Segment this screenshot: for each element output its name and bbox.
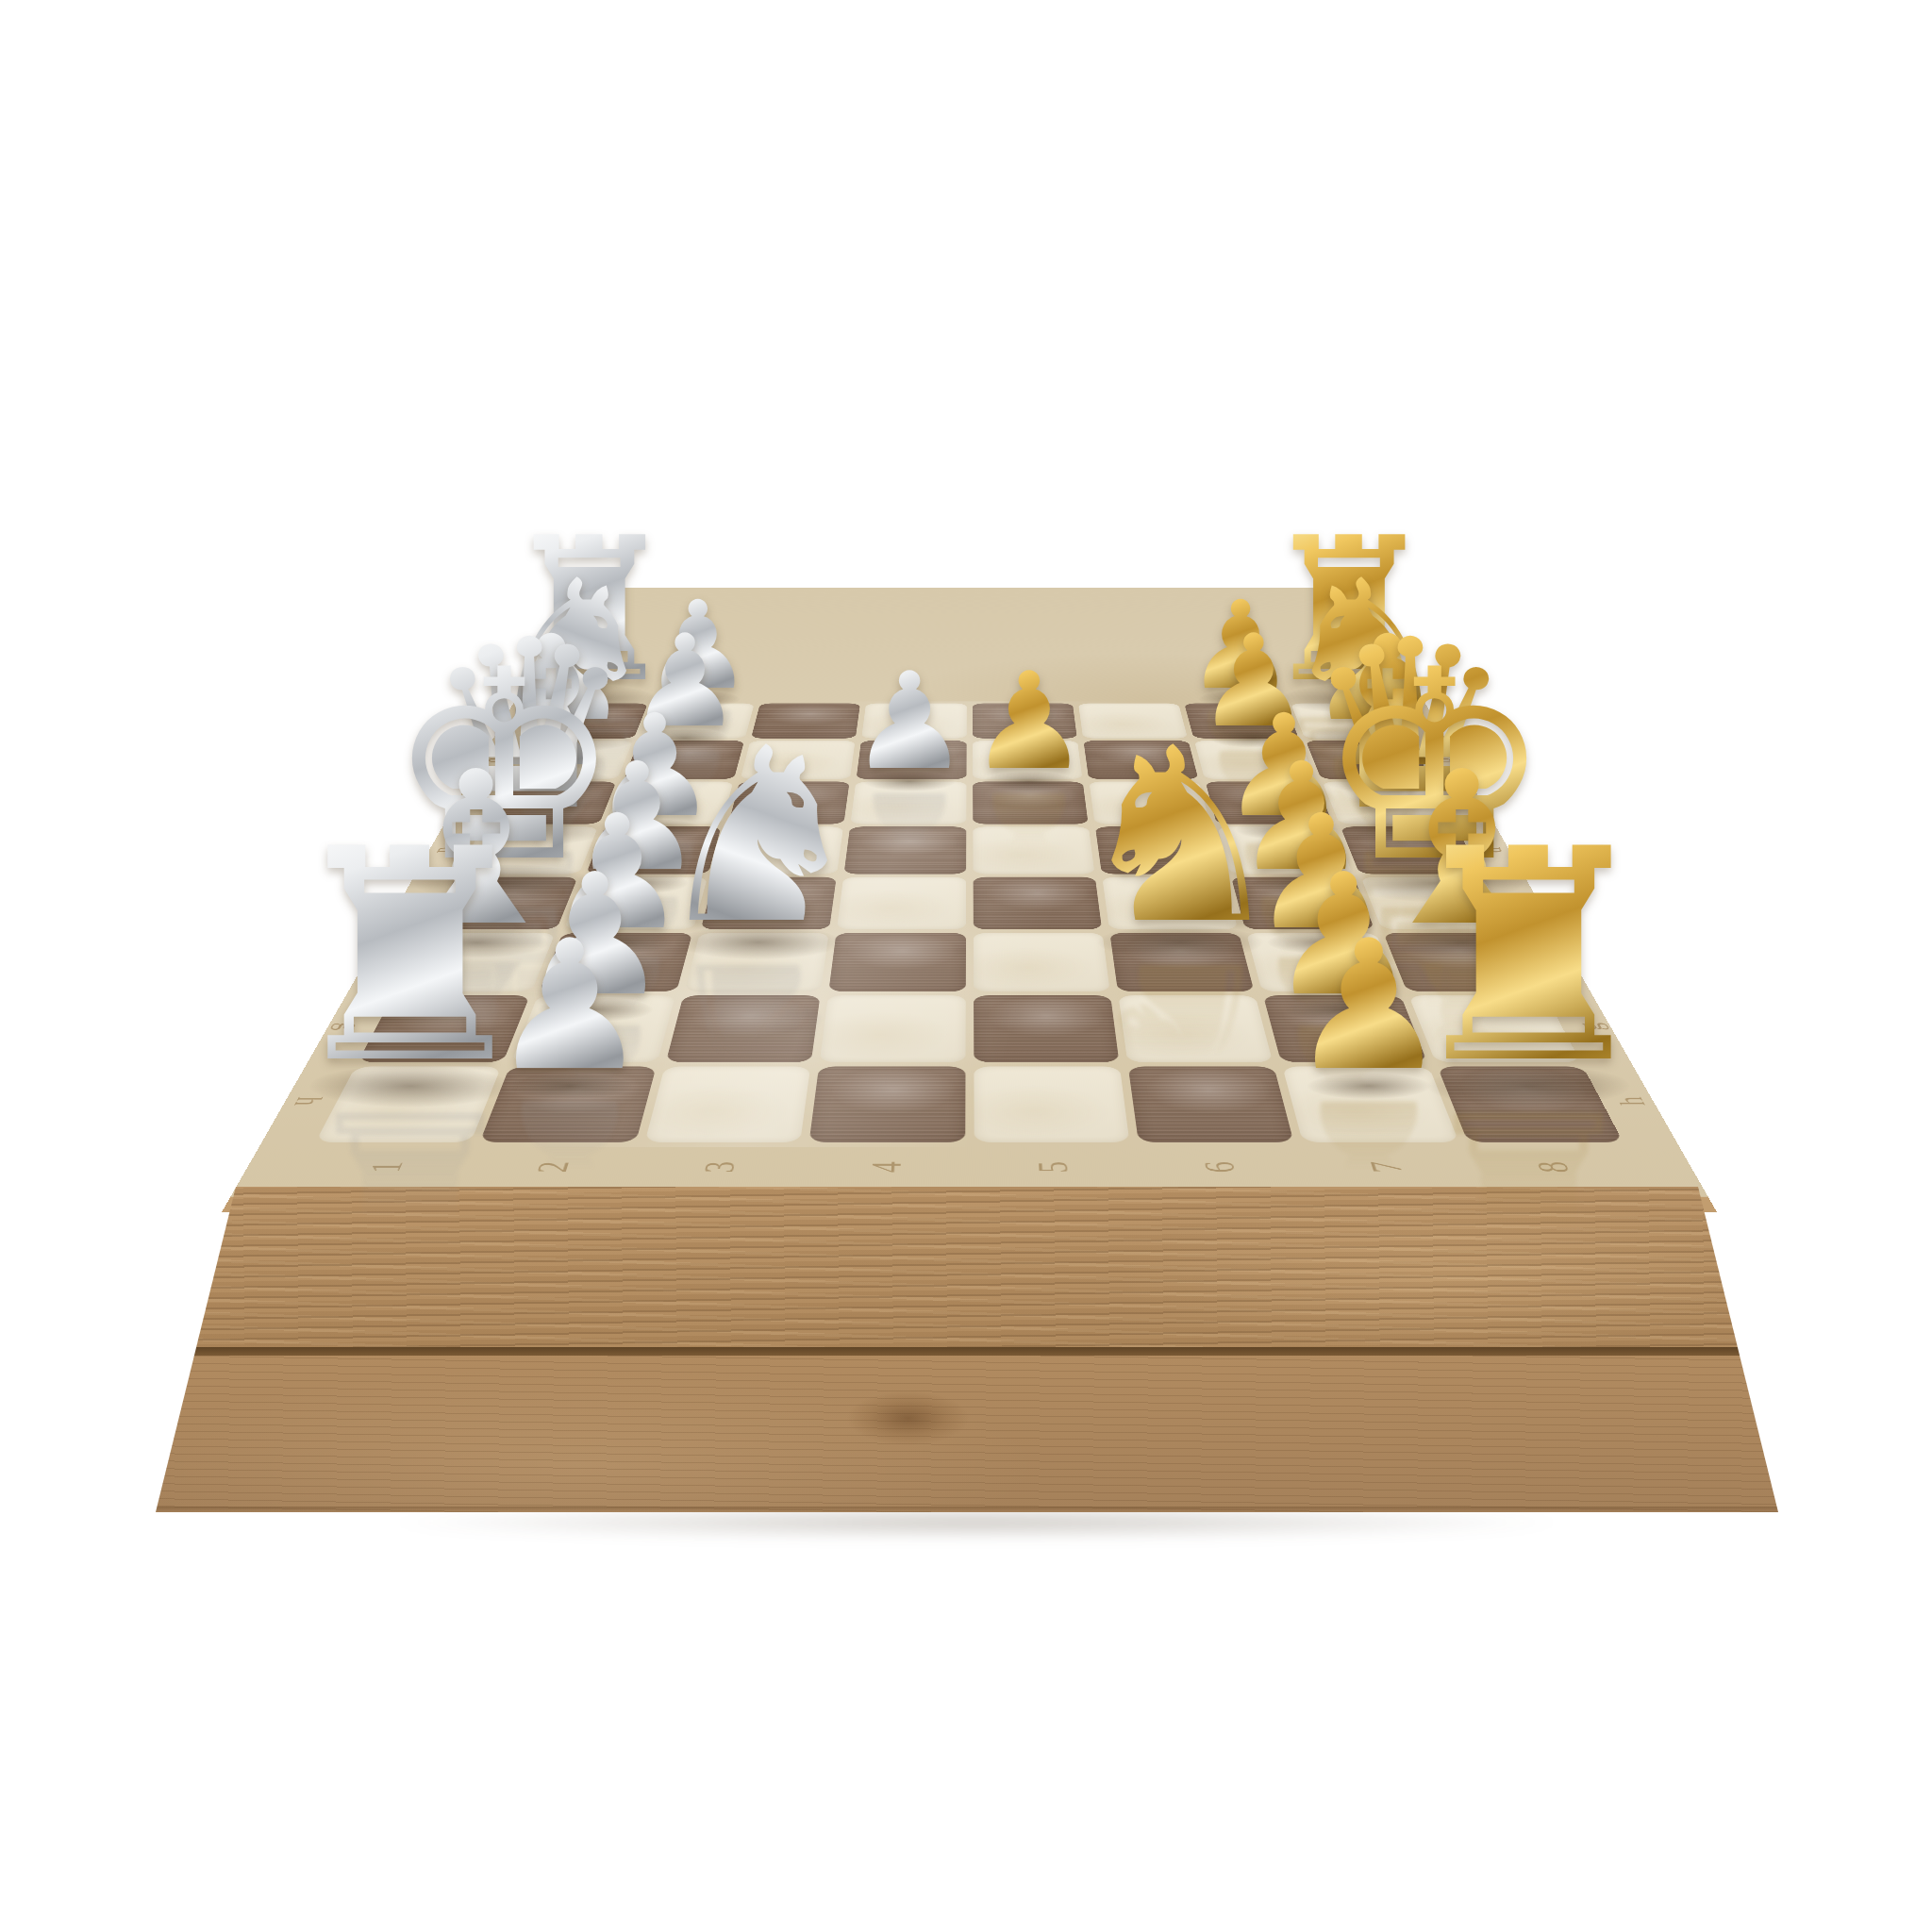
pieces-layer: ♜♜♟♟♜♜♟♟♞♞♟♟♞♞♟♟♝♝♟♟♝♝♟♟♛♛♟♟♛♛♟♟♚♚♟♟♚♚♟♟… <box>0 0 1932 1932</box>
white-pawn-h2[interactable]: ♟ <box>490 918 650 1097</box>
chess-set-scene: 12345678hhggffeeddccbbaa ♜♜♟♟♜♜♟♟♞♞♟♟♞♞♟… <box>0 0 1932 1932</box>
white-pawn-c4[interactable]: ♟ <box>849 656 969 790</box>
black-pawn-h7[interactable]: ♟ <box>1289 918 1449 1097</box>
black-pawn-c5[interactable]: ♟ <box>969 656 1089 790</box>
